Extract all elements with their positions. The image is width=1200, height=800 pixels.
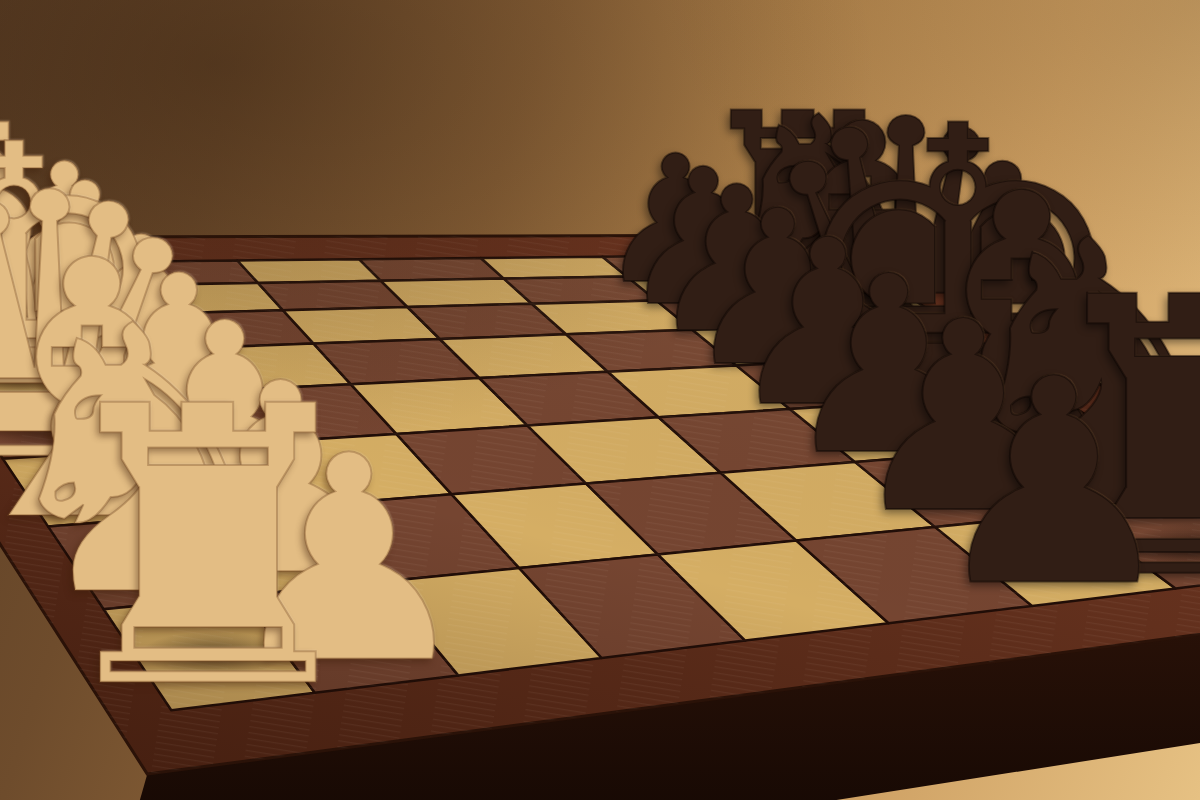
- white-rook[interactable]: ♜: [36, 357, 379, 740]
- black-pawn[interactable]: ♟: [927, 341, 1182, 625]
- pieces-layer: ♜♞♝♛♚♝♞♜♟♟♟♟♟♟♟♟♟♟♟♟♟♟♟♟♜♞♝♚♛♝♞♜: [0, 0, 1200, 800]
- chess-scene: Wooden chess set on a dark walnut board,…: [0, 0, 1200, 800]
